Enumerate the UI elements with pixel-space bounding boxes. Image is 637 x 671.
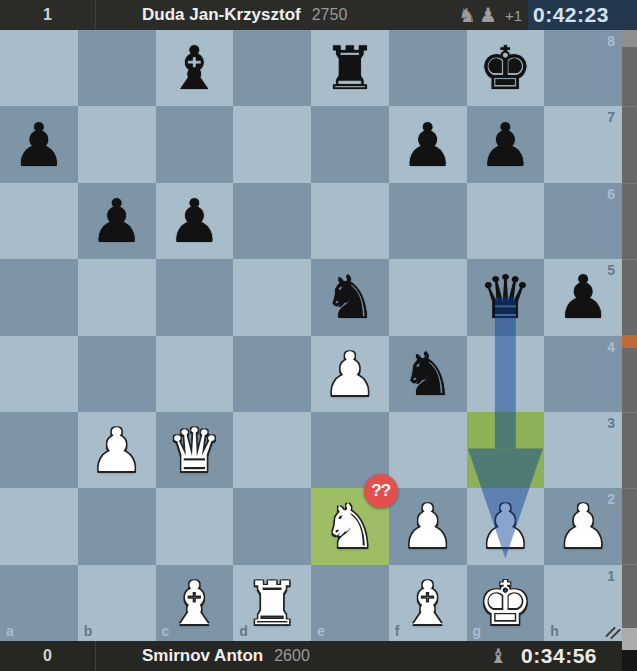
square-a4[interactable] (0, 336, 78, 412)
square-c7[interactable] (156, 106, 234, 182)
divider (95, 641, 96, 671)
square-e6[interactable] (311, 183, 389, 259)
rank-label-8: 8 (607, 34, 615, 48)
player-bottom-number: 0 (0, 647, 95, 665)
square-g7[interactable]: ♟ (467, 106, 545, 182)
square-f4[interactable]: ♞ (389, 336, 467, 412)
black-pawn-h5[interactable]: ♟ (544, 259, 622, 335)
captured-pieces-bottom: ♝ (489, 646, 507, 666)
square-e7[interactable] (311, 106, 389, 182)
rank-label-6: 6 (607, 187, 615, 201)
square-g3[interactable] (467, 412, 545, 488)
square-a3[interactable] (0, 412, 78, 488)
square-g8[interactable]: ♚ (467, 30, 545, 106)
knight-icon: ♞ (458, 5, 476, 25)
square-h7[interactable]: 7 (544, 106, 622, 182)
player-top-rating: 2750 (312, 6, 348, 24)
player-bar-top: 1 Duda Jan-Krzysztof 2750 ♞♟ +1 0:42:23 (0, 0, 637, 30)
file-label-e: e (317, 624, 325, 638)
square-f7[interactable]: ♟ (389, 106, 467, 182)
clock-top: 0:42:23 (528, 0, 637, 30)
black-pawn-a7[interactable]: ♟ (0, 106, 78, 182)
square-c2[interactable] (156, 488, 234, 564)
square-d4[interactable] (233, 336, 311, 412)
white-pawn-h2[interactable]: ♟ (544, 488, 622, 564)
blunder-badge: ?? (364, 474, 398, 508)
chess-tv-window: 1 Duda Jan-Krzysztof 2750 ♞♟ +1 0:42:23 … (0, 0, 637, 671)
white-rook-d1[interactable]: ♜ (233, 565, 311, 641)
square-a1[interactable]: a (0, 565, 78, 641)
black-knight-f4[interactable]: ♞ (389, 336, 467, 412)
captured-pieces-top: ♞♟ (458, 5, 497, 25)
black-knight-e5[interactable]: ♞ (311, 259, 389, 335)
square-a7[interactable]: ♟ (0, 106, 78, 182)
black-king-g8[interactable]: ♚ (467, 30, 545, 106)
panel-footer (622, 650, 637, 671)
square-d6[interactable] (233, 183, 311, 259)
square-c4[interactable] (156, 336, 234, 412)
white-pawn-e4[interactable]: ♟ (311, 336, 389, 412)
square-d8[interactable] (233, 30, 311, 106)
last-move-highlight (467, 412, 545, 488)
black-pawn-b6[interactable]: ♟ (78, 183, 156, 259)
square-a6[interactable] (0, 183, 78, 259)
square-e4[interactable]: ♟ (311, 336, 389, 412)
square-g4[interactable] (467, 336, 545, 412)
white-pawn-g2[interactable]: ♟ (467, 488, 545, 564)
square-d5[interactable] (233, 259, 311, 335)
square-e5[interactable]: ♞ (311, 259, 389, 335)
panel-highlight-orange (622, 335, 637, 348)
square-f1[interactable]: f♝ (389, 565, 467, 641)
square-d1[interactable]: d♜ (233, 565, 311, 641)
clock-bottom: 0:34:56 (521, 644, 597, 668)
rank-label-3: 3 (607, 416, 615, 430)
square-h2[interactable]: 2♟ (544, 488, 622, 564)
file-label-a: a (6, 624, 14, 638)
square-g2[interactable]: ♟ (467, 488, 545, 564)
white-pawn-f2[interactable]: ♟ (389, 488, 467, 564)
square-f8[interactable] (389, 30, 467, 106)
right-panel-edge[interactable] (622, 30, 637, 671)
square-g6[interactable] (467, 183, 545, 259)
square-a2[interactable] (0, 488, 78, 564)
square-c5[interactable] (156, 259, 234, 335)
material-diff-top: +1 (505, 7, 522, 24)
square-h6[interactable]: 6 (544, 183, 622, 259)
white-pawn-b3[interactable]: ♟ (78, 412, 156, 488)
rank-label-7: 7 (607, 110, 615, 124)
black-pawn-g7[interactable]: ♟ (467, 106, 545, 182)
square-a5[interactable] (0, 259, 78, 335)
board-area: ♝♜♚8♟♟♟7♟♟6♞♛5♟♟♞4♟♛3♞♟♟2♟abc♝d♜ef♝g♚1h … (0, 30, 622, 641)
square-f5[interactable] (389, 259, 467, 335)
divider (95, 0, 96, 30)
square-b2[interactable] (78, 488, 156, 564)
file-label-b: b (84, 624, 93, 638)
square-b6[interactable]: ♟ (78, 183, 156, 259)
square-g1[interactable]: g♚ (467, 565, 545, 641)
square-c8[interactable]: ♝ (156, 30, 234, 106)
player-top-name: Duda Jan-Krzysztof (142, 5, 301, 25)
square-a8[interactable] (0, 30, 78, 106)
square-h4[interactable]: 4 (544, 336, 622, 412)
white-bishop-f1[interactable]: ♝ (389, 565, 467, 641)
file-label-h: h (550, 624, 559, 638)
square-d3[interactable] (233, 412, 311, 488)
black-bishop-c8[interactable]: ♝ (156, 30, 234, 106)
square-h5[interactable]: 5♟ (544, 259, 622, 335)
pawn-icon: ♟ (479, 5, 497, 25)
square-b3[interactable]: ♟ (78, 412, 156, 488)
black-rook-e8[interactable]: ♜ (311, 30, 389, 106)
square-e8[interactable]: ♜ (311, 30, 389, 106)
black-pawn-c6[interactable]: ♟ (156, 183, 234, 259)
black-pawn-f7[interactable]: ♟ (389, 106, 467, 182)
player-top-number: 1 (0, 6, 95, 24)
rank-label-1: 1 (607, 569, 615, 583)
square-c3[interactable]: ♛ (156, 412, 234, 488)
black-queen-g5[interactable]: ♛ (467, 259, 545, 335)
scrollbar-thumb-top[interactable] (622, 30, 637, 47)
square-b4[interactable] (78, 336, 156, 412)
square-b8[interactable] (78, 30, 156, 106)
square-c6[interactable]: ♟ (156, 183, 234, 259)
player-bottom-rating: 2600 (274, 647, 310, 665)
square-e1[interactable]: e (311, 565, 389, 641)
square-h3[interactable]: 3 (544, 412, 622, 488)
square-c1[interactable]: c♝ (156, 565, 234, 641)
square-b7[interactable] (78, 106, 156, 182)
square-f2[interactable]: ♟ (389, 488, 467, 564)
square-h8[interactable]: 8 (544, 30, 622, 106)
rank-label-4: 4 (607, 340, 615, 354)
square-d2[interactable] (233, 488, 311, 564)
square-d7[interactable] (233, 106, 311, 182)
square-g5[interactable]: ♛ (467, 259, 545, 335)
chess-board[interactable]: ♝♜♚8♟♟♟7♟♟6♞♛5♟♟♞4♟♛3♞♟♟2♟abc♝d♜ef♝g♚1h (0, 30, 622, 641)
bishop-icon: ♝ (489, 646, 507, 666)
square-b1[interactable]: b (78, 565, 156, 641)
square-f3[interactable] (389, 412, 467, 488)
white-queen-c3[interactable]: ♛ (156, 412, 234, 488)
white-king-g1[interactable]: ♚ (467, 565, 545, 641)
player-bar-bottom: 0 Smirnov Anton 2600 ♝ 0:34:56 (0, 641, 637, 671)
white-bishop-c1[interactable]: ♝ (156, 565, 234, 641)
scrollbar-thumb-bottom[interactable] (622, 628, 637, 650)
square-b5[interactable] (78, 259, 156, 335)
player-bottom-name: Smirnov Anton (142, 646, 263, 666)
board-resize-handle[interactable] (601, 625, 619, 640)
square-f6[interactable] (389, 183, 467, 259)
